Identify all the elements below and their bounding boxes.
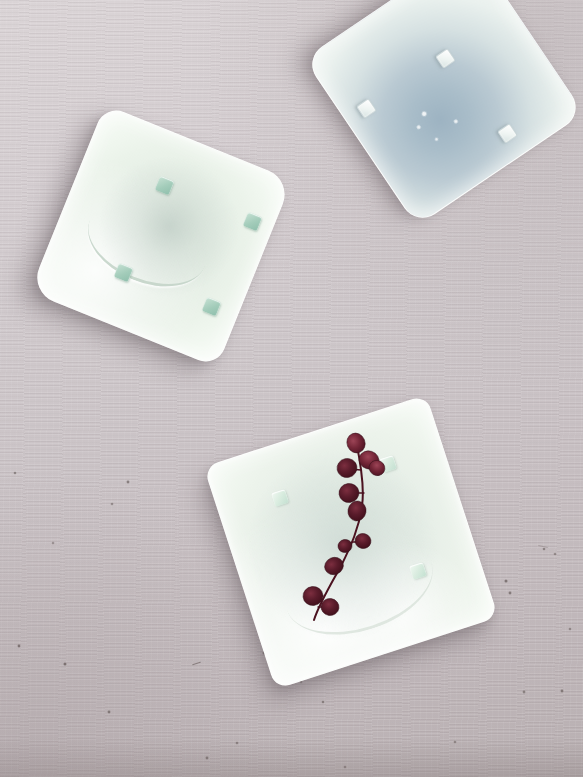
paper-specks xyxy=(0,0,2,2)
leaf-sprig xyxy=(290,428,390,628)
sprig-leaves xyxy=(302,430,388,616)
dish-base-arc xyxy=(75,183,220,303)
photo-scene xyxy=(0,0,583,777)
